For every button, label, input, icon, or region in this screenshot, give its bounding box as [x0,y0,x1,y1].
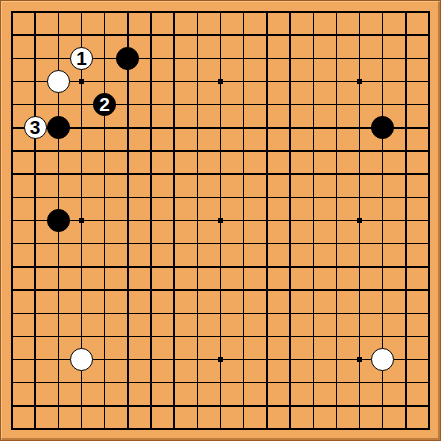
black-stone-C14 [47,116,70,139]
star-point [357,357,362,362]
white-stone-B14: 3 [24,116,47,139]
star-point [79,79,84,84]
move-number-label: 3 [30,118,41,137]
black-stone-R14 [371,116,394,139]
board-grid: 132 [0,0,440,440]
black-stone-E15: 2 [93,93,116,116]
black-stone-C10 [47,209,70,232]
star-point [218,218,223,223]
move-number-label: 1 [76,48,87,67]
white-stone-C16 [47,70,70,93]
star-point [218,357,223,362]
star-point [79,218,84,223]
star-point [357,218,362,223]
white-stone-D17: 1 [70,47,93,70]
black-stone-F17 [116,47,139,70]
move-number-label: 2 [99,95,110,114]
go-board: 132 [0,0,441,441]
star-point [357,79,362,84]
white-stone-D4 [70,348,93,371]
white-stone-R4 [371,348,394,371]
star-point [218,79,223,84]
